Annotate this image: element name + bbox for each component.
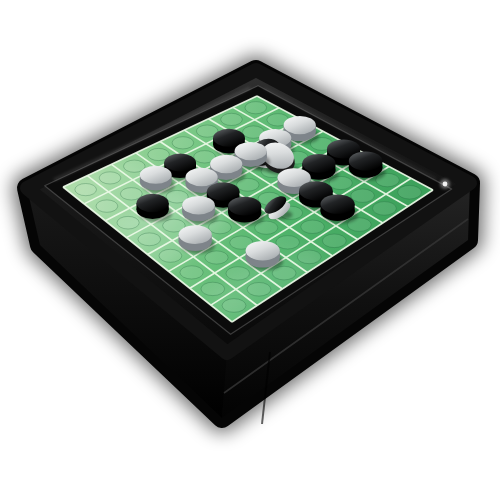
cell-a1 (75, 184, 97, 196)
cell-g8 (373, 202, 397, 216)
cell-e7 (301, 220, 325, 233)
cell-h1 (245, 102, 267, 114)
cell-a8 (222, 299, 246, 313)
cell-e8 (322, 234, 346, 248)
cell-e1 (172, 137, 194, 149)
cell-a4 (138, 233, 161, 246)
cell-b8 (247, 283, 271, 297)
cell-a5 (159, 249, 182, 262)
cell-a2 (96, 200, 118, 212)
cell-c5 (209, 221, 232, 234)
cell-d8 (297, 250, 321, 264)
cell-d7 (276, 236, 300, 249)
cell-a6 (180, 266, 203, 279)
cell-h8 (398, 185, 422, 199)
cell-g7 (351, 189, 375, 202)
cell-b1 (99, 172, 121, 184)
board-photo-svg (0, 0, 500, 500)
othello-box-product-photo (0, 0, 500, 500)
cell-b6 (205, 251, 228, 264)
cell-b7 (226, 267, 250, 280)
cell-a7 (201, 282, 225, 295)
cell-a3 (117, 216, 139, 229)
cell-g1 (221, 113, 243, 125)
